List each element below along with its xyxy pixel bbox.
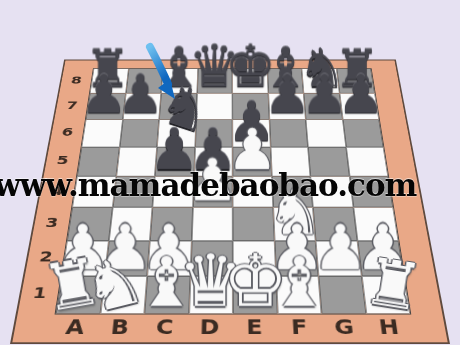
- square-a6[interactable]: [82, 119, 123, 147]
- file-label-g: G: [333, 316, 355, 339]
- file-label-a: A: [64, 316, 85, 339]
- file-label-b: B: [110, 316, 130, 339]
- black-pawn-h7[interactable]: ♟: [337, 68, 385, 121]
- file-label-c: C: [155, 316, 174, 339]
- rank-label-5: 5: [49, 153, 77, 167]
- chess-scene: ♜♝♛♚♝♞♜♟♟♟♟♟♞♟♟♟♟♟♞♟♟♟♟♟♟♜♞♝♛♚♝♜ 8765432…: [0, 0, 460, 345]
- white-rook-h1[interactable]: ♜: [360, 249, 427, 322]
- square-h7[interactable]: ♟: [339, 93, 379, 119]
- square-h1[interactable]: ♜: [361, 276, 410, 314]
- square-d3[interactable]: [191, 207, 232, 240]
- square-h6[interactable]: [342, 119, 383, 147]
- rank-label-6: 6: [54, 125, 81, 138]
- file-label-f: F: [291, 316, 309, 339]
- square-b7[interactable]: ♟: [122, 93, 161, 119]
- file-label-h: H: [378, 316, 401, 339]
- white-bishop-f1[interactable]: ♝: [269, 249, 330, 317]
- file-label-d: D: [199, 316, 219, 339]
- file-label-e: E: [246, 316, 263, 339]
- watermark-text: www.mamadebaobao.com: [0, 167, 416, 203]
- square-g6[interactable]: [306, 119, 346, 147]
- square-f1[interactable]: ♝: [276, 276, 322, 314]
